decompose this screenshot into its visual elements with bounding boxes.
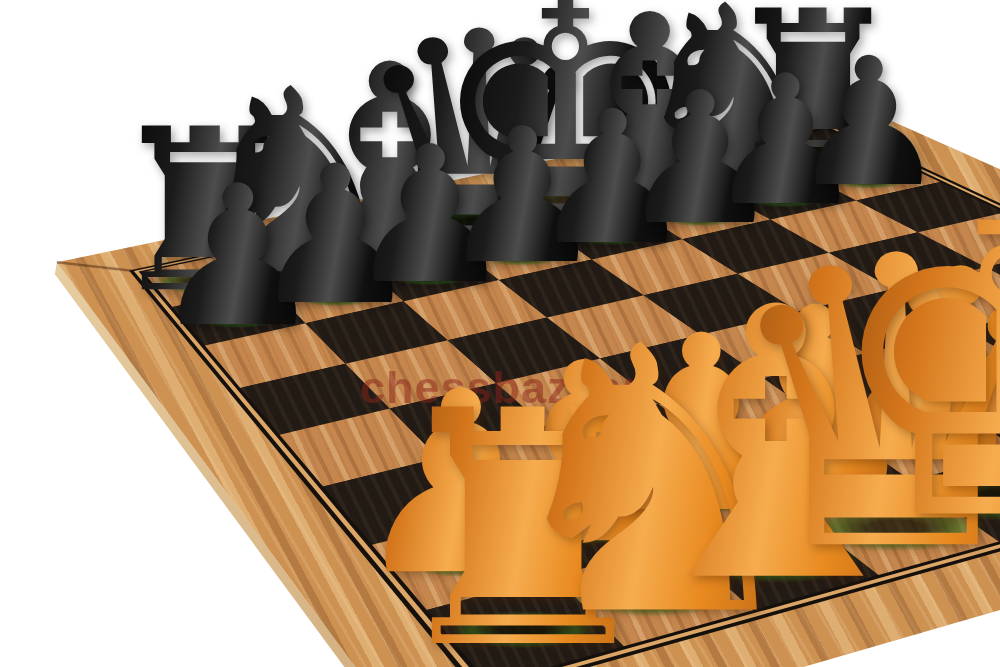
pieces-layer: ♜♞♝♛♚♝♞♜♟♟♟♟♟♟♟♟♟♟♟♟♟♟♟♟♜♞♝♛♚♝♞♜ [0, 0, 1000, 667]
chess-set-photo: chessbazaar ♜♞♝♛♚♝♞♜♟♟♟♟♟♟♟♟♟♟♟♟♟♟♟♟♜♞♝♛… [0, 0, 1000, 667]
piece-white-bishop-f1: ♝ [963, 180, 1000, 535]
